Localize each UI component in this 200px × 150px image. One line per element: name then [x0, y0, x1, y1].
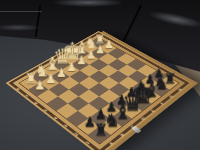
white-pawn[interactable]: ♟	[45, 73, 56, 85]
white-pawn[interactable]: ♟	[95, 44, 105, 55]
rank-label: 3	[60, 122, 70, 130]
white-pawn[interactable]: ♟	[66, 61, 76, 73]
file-label: D	[138, 115, 148, 122]
rank-label: 5	[40, 107, 50, 114]
rank-label: 7	[22, 93, 32, 99]
file-label: G	[166, 93, 175, 99]
white-pawn[interactable]: ♟	[76, 55, 86, 66]
board-grid: ♜♞♝♛♚♝♞♜♟♟♟♟♟♟♟♟♟♟♟♟♟♟♟♟♜♞♝♛♚♝♞♜	[20, 38, 178, 143]
rank-label: 6	[31, 100, 41, 107]
rank-label: 1	[82, 139, 93, 147]
file-label: H	[175, 86, 184, 92]
board-latch-icon	[132, 126, 142, 134]
file-label: B	[117, 131, 127, 139]
rank-label: 8	[13, 86, 23, 92]
chess-board: ♜♞♝♛♚♝♞♜♟♟♟♟♟♟♟♟♟♟♟♟♟♟♟♟♜♞♝♛♚♝♞♜ ABCDEFG…	[6, 31, 193, 150]
black-rook[interactable]: ♜	[94, 121, 108, 137]
rank-label: 4	[50, 115, 60, 122]
file-label: E	[148, 107, 158, 114]
file-label: F	[157, 100, 166, 107]
white-pawn[interactable]: ♟	[34, 79, 45, 91]
white-pawn[interactable]: ♟	[56, 67, 67, 79]
rank-label: 2	[71, 131, 82, 139]
photo-scene: ♜♞♝♛♚♝♞♜♟♟♟♟♟♟♟♟♟♟♟♟♟♟♟♟♜♞♝♛♚♝♞♜ ABCDEFG…	[0, 0, 200, 150]
white-pawn[interactable]: ♟	[86, 50, 96, 61]
file-label: A	[106, 139, 117, 147]
board-scene: ♜♞♝♛♚♝♞♜♟♟♟♟♟♟♟♟♟♟♟♟♟♟♟♟♜♞♝♛♚♝♞♜ ABCDEFG…	[0, 0, 200, 150]
white-pawn[interactable]: ♟	[104, 39, 114, 50]
